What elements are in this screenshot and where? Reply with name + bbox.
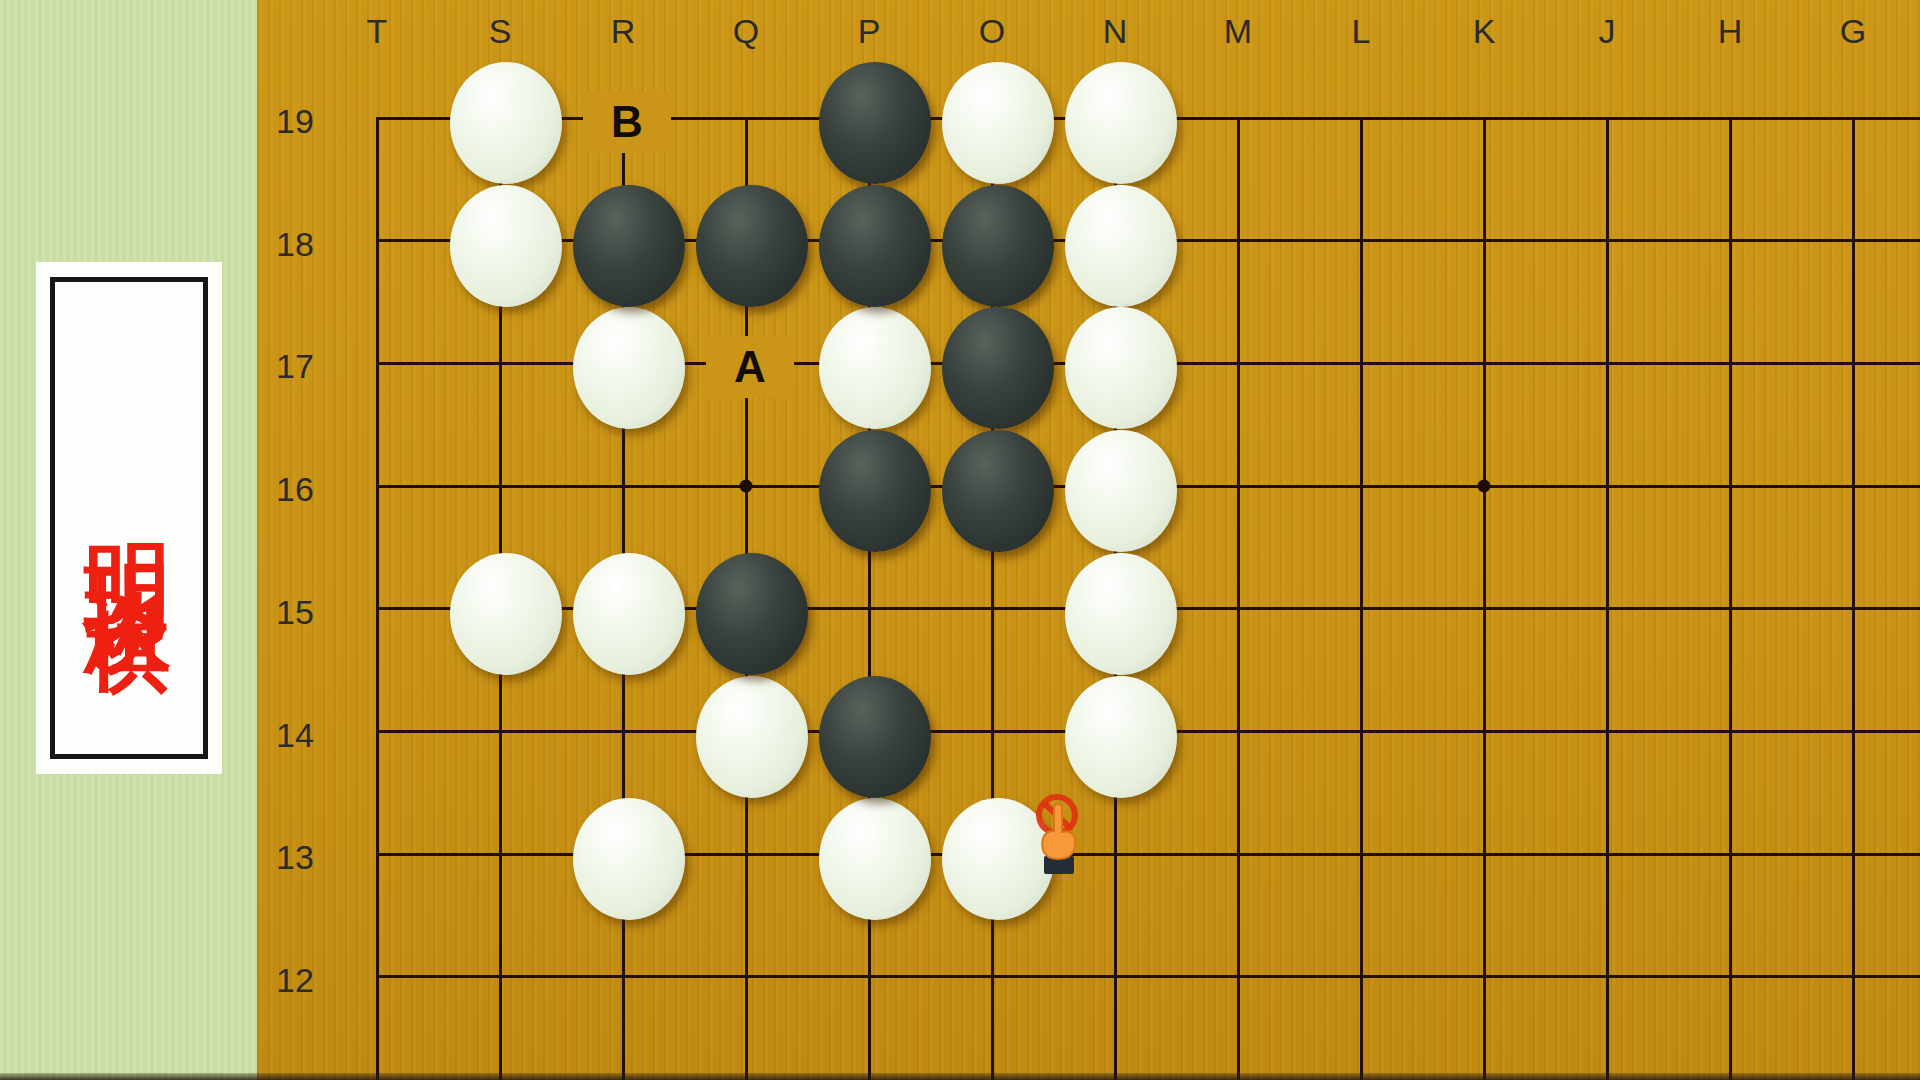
grid-line-vertical: [1729, 117, 1732, 1080]
star-point: [740, 480, 753, 493]
go-board[interactable]: TSRQPONMLKJHG1918171615141312 BA: [0, 0, 1920, 1080]
grid-line-vertical: [376, 117, 379, 1080]
column-label: S: [489, 12, 512, 51]
column-label: M: [1224, 12, 1252, 51]
stone-white-N19: [1065, 62, 1177, 184]
stone-black-R18: [573, 185, 685, 307]
grid-line-vertical: [1852, 117, 1855, 1080]
column-label: L: [1352, 12, 1371, 51]
column-label: H: [1718, 12, 1743, 51]
stone-white-P13: [819, 798, 931, 920]
grid-line-vertical: [1237, 117, 1240, 1080]
column-label: R: [611, 12, 636, 51]
stone-black-O16: [942, 430, 1054, 552]
stone-white-S19: [450, 62, 562, 184]
stone-white-N14: [1065, 676, 1177, 798]
row-label: 15: [276, 592, 314, 631]
row-label: 16: [276, 470, 314, 509]
stone-black-Q15: [696, 553, 808, 675]
go-app-screen: 明玥谈棋 TSRQPONMLKJHG1918171615141312 BA: [0, 0, 1920, 1080]
row-label: 14: [276, 715, 314, 754]
column-label: Q: [733, 12, 759, 51]
stone-white-O19: [942, 62, 1054, 184]
stone-white-N18: [1065, 185, 1177, 307]
column-label: T: [367, 12, 388, 51]
stone-black-P18: [819, 185, 931, 307]
column-label: O: [979, 12, 1005, 51]
stone-white-S18: [450, 185, 562, 307]
stone-white-N16: [1065, 430, 1177, 552]
column-label: N: [1103, 12, 1128, 51]
stone-white-N17: [1065, 307, 1177, 429]
grid-line-horizontal: [376, 975, 1920, 978]
row-label: 18: [276, 224, 314, 263]
stone-black-P16: [819, 430, 931, 552]
star-point: [1478, 480, 1491, 493]
stone-white-Q14: [696, 676, 808, 798]
stone-black-P14: [819, 676, 931, 798]
stone-black-P19: [819, 62, 931, 184]
stone-white-S15: [450, 553, 562, 675]
column-label: G: [1840, 12, 1866, 51]
column-label: P: [858, 12, 881, 51]
forbidden-move-cursor-icon: [1032, 790, 1082, 882]
column-label: J: [1599, 12, 1616, 51]
stone-white-R13: [573, 798, 685, 920]
row-label: 12: [276, 960, 314, 999]
stone-white-P17: [819, 307, 931, 429]
annotation-label-A: A: [706, 336, 794, 398]
row-label: 13: [276, 838, 314, 877]
screen-bottom-edge: [0, 1073, 1920, 1080]
stone-white-R17: [573, 307, 685, 429]
stone-black-Q18: [696, 185, 808, 307]
annotation-label-B: B: [583, 91, 671, 153]
grid-line-vertical: [1606, 117, 1609, 1080]
row-label: 17: [276, 347, 314, 386]
stone-white-R15: [573, 553, 685, 675]
stone-black-O17: [942, 307, 1054, 429]
grid-line-vertical: [1483, 117, 1486, 1080]
stone-white-N15: [1065, 553, 1177, 675]
column-label: K: [1473, 12, 1496, 51]
row-label: 19: [276, 102, 314, 141]
stone-black-O18: [942, 185, 1054, 307]
grid-line-vertical: [1360, 117, 1363, 1080]
